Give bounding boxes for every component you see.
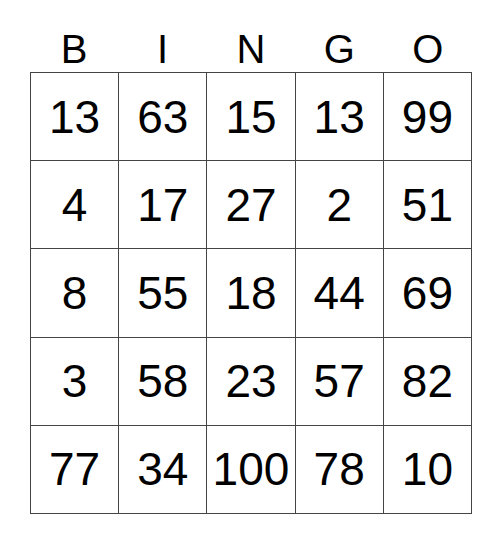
- bingo-cell-r1c1[interactable]: 13: [31, 73, 119, 161]
- bingo-cell-r5c2[interactable]: 34: [119, 426, 207, 514]
- bingo-cell-r3c1[interactable]: 8: [31, 249, 119, 337]
- header-letter-o: O: [412, 29, 443, 72]
- bingo-cell-r1c4[interactable]: 13: [296, 73, 384, 161]
- header-letter-n: N: [237, 29, 266, 72]
- bingo-cell-r5c1[interactable]: 77: [31, 426, 119, 514]
- bingo-cell-r1c2[interactable]: 63: [119, 73, 207, 161]
- bingo-cell-r5c4[interactable]: 78: [296, 426, 384, 514]
- bingo-cell-r5c5[interactable]: 10: [384, 426, 472, 514]
- bingo-cell-r4c5[interactable]: 82: [384, 338, 472, 426]
- header-letter-g: G: [324, 29, 355, 72]
- header-letter-b: B: [61, 29, 88, 72]
- bingo-cell-r1c5[interactable]: 99: [384, 73, 472, 161]
- bingo-cell-r3c4[interactable]: 44: [296, 249, 384, 337]
- bingo-cell-r3c2[interactable]: 55: [119, 249, 207, 337]
- bingo-cell-r1c3[interactable]: 15: [207, 73, 295, 161]
- bingo-cell-r4c3[interactable]: 23: [207, 338, 295, 426]
- bingo-cell-r4c1[interactable]: 3: [31, 338, 119, 426]
- header-letter-i: I: [157, 29, 168, 72]
- bingo-header: B I N G O: [30, 0, 472, 72]
- bingo-cell-r2c1[interactable]: 4: [31, 161, 119, 249]
- bingo-cell-r4c4[interactable]: 57: [296, 338, 384, 426]
- bingo-cell-r2c3[interactable]: 27: [207, 161, 295, 249]
- bingo-card: B I N G O 13 63 15 13 99 4 17 27 2 51 8 …: [30, 0, 472, 514]
- bingo-cell-r2c4[interactable]: 2: [296, 161, 384, 249]
- bingo-cell-r2c5[interactable]: 51: [384, 161, 472, 249]
- bingo-cell-r2c2[interactable]: 17: [119, 161, 207, 249]
- bingo-cell-r3c5[interactable]: 69: [384, 249, 472, 337]
- bingo-cell-r4c2[interactable]: 58: [119, 338, 207, 426]
- bingo-cell-r5c3[interactable]: 100: [207, 426, 295, 514]
- bingo-grid: 13 63 15 13 99 4 17 27 2 51 8 55 18 44 6…: [30, 72, 472, 514]
- bingo-cell-r3c3[interactable]: 18: [207, 249, 295, 337]
